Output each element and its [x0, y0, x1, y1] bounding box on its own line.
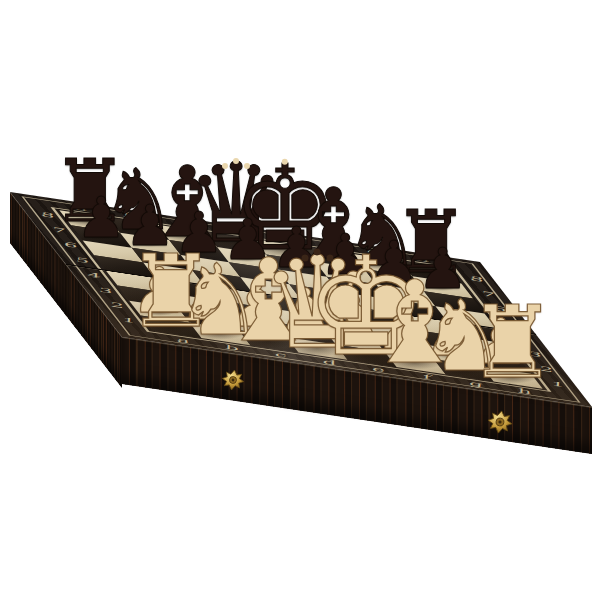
piece-black-pawn-a7[interactable]: ♟ [76, 190, 126, 246]
crown-tip-dot [314, 248, 321, 255]
crown-tip-dot [327, 255, 334, 262]
chess-set-photo: aabbccddeeffgghh8877665544332211 ♜♞♝♛♚♝♞… [0, 0, 600, 600]
crown-tip-dot [301, 255, 308, 262]
piece-white-rook-h1[interactable]: ♜ [467, 292, 557, 392]
pieces-layer: ♜♞♝♛♚♝♞♜♟♟♟♟♟♟♟♟♟♟♟♟♟♟♟♟♜♞♝♛♚♝♞♜ [0, 0, 600, 600]
